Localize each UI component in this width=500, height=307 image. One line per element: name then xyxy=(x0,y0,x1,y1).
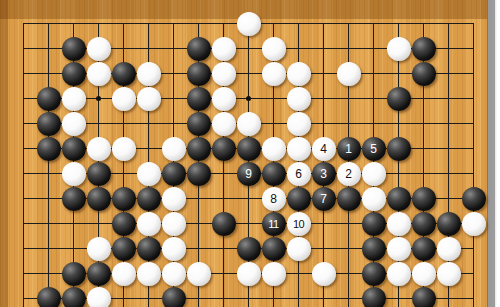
intersection-F13[interactable] xyxy=(136,161,161,186)
intersection-Q12[interactable] xyxy=(386,186,411,211)
intersection-R15[interactable] xyxy=(411,111,436,136)
intersection-C11[interactable] xyxy=(61,211,86,236)
black-stone xyxy=(37,137,61,161)
intersection-S9[interactable] xyxy=(436,261,461,286)
intersection-O12[interactable] xyxy=(336,186,361,211)
black-stone xyxy=(187,87,211,111)
intersection-K18[interactable] xyxy=(236,36,261,61)
intersection-Q14[interactable] xyxy=(386,136,411,161)
intersection-D12[interactable] xyxy=(86,186,111,211)
black-stone-move-3: 3 xyxy=(312,162,336,186)
intersection-M15[interactable] xyxy=(286,111,311,136)
intersection-Q15[interactable] xyxy=(386,111,411,136)
intersection-A17[interactable] xyxy=(11,61,36,86)
intersection-Q11[interactable] xyxy=(386,211,411,236)
intersection-E12[interactable] xyxy=(111,186,136,211)
intersection-M13[interactable]: 6 xyxy=(286,161,311,186)
intersection-C9[interactable] xyxy=(61,261,86,286)
intersection-F16[interactable] xyxy=(136,86,161,111)
intersection-T17[interactable] xyxy=(461,61,486,86)
white-stone xyxy=(112,262,136,286)
black-stone xyxy=(112,237,136,261)
intersection-A10[interactable] xyxy=(11,236,36,261)
board-left-shadow xyxy=(0,0,8,307)
black-stone-move-11: 11 xyxy=(262,212,286,236)
intersection-N16[interactable] xyxy=(311,86,336,111)
intersection-J16[interactable] xyxy=(211,86,236,111)
intersection-J12[interactable] xyxy=(211,186,236,211)
intersection-M11[interactable]: 10 xyxy=(286,211,311,236)
intersection-T16[interactable] xyxy=(461,86,486,111)
intersection-H17[interactable] xyxy=(186,61,211,86)
intersection-N11[interactable] xyxy=(311,211,336,236)
black-stone xyxy=(62,262,86,286)
intersection-H8[interactable] xyxy=(186,286,211,307)
intersection-E16[interactable] xyxy=(111,86,136,111)
intersection-B15[interactable] xyxy=(36,111,61,136)
star-point xyxy=(246,96,251,101)
black-stone xyxy=(237,137,261,161)
intersection-K12[interactable] xyxy=(236,186,261,211)
intersection-J11[interactable] xyxy=(211,211,236,236)
intersection-N8[interactable] xyxy=(311,286,336,307)
white-stone xyxy=(237,112,261,136)
black-stone xyxy=(362,237,386,261)
intersection-P14[interactable]: 5 xyxy=(361,136,386,161)
window-right-gutter xyxy=(487,0,500,307)
intersection-O17[interactable] xyxy=(336,61,361,86)
intersection-A9[interactable] xyxy=(11,261,36,286)
intersection-J18[interactable] xyxy=(211,36,236,61)
white-stone xyxy=(162,262,186,286)
intersection-Q10[interactable] xyxy=(386,236,411,261)
intersection-P13[interactable] xyxy=(361,161,386,186)
intersection-L14[interactable] xyxy=(261,136,286,161)
intersection-L9[interactable] xyxy=(261,261,286,286)
intersection-S13[interactable] xyxy=(436,161,461,186)
intersection-D17[interactable] xyxy=(86,61,111,86)
intersection-L16[interactable] xyxy=(261,86,286,111)
intersection-F12[interactable] xyxy=(136,186,161,211)
intersection-Q13[interactable] xyxy=(386,161,411,186)
intersection-S8[interactable] xyxy=(436,286,461,307)
black-stone xyxy=(437,212,461,236)
white-stone xyxy=(387,212,411,236)
black-stone xyxy=(462,187,486,211)
intersection-A15[interactable] xyxy=(11,111,36,136)
intersection-P10[interactable] xyxy=(361,236,386,261)
intersection-N12[interactable]: 7 xyxy=(311,186,336,211)
intersection-C8[interactable] xyxy=(61,286,86,307)
intersection-M17[interactable] xyxy=(286,61,311,86)
black-stone xyxy=(362,287,386,307)
intersection-Q16[interactable] xyxy=(386,86,411,111)
intersection-L15[interactable] xyxy=(261,111,286,136)
white-stone xyxy=(137,212,161,236)
white-stone xyxy=(387,37,411,61)
intersection-H13[interactable] xyxy=(186,161,211,186)
intersection-F15[interactable] xyxy=(136,111,161,136)
intersection-F17[interactable] xyxy=(136,61,161,86)
black-stone xyxy=(412,187,436,211)
black-stone xyxy=(362,212,386,236)
intersection-P12[interactable] xyxy=(361,186,386,211)
black-stone xyxy=(62,62,86,86)
intersection-K11[interactable] xyxy=(236,211,261,236)
intersection-N9[interactable] xyxy=(311,261,336,286)
intersection-R11[interactable] xyxy=(411,211,436,236)
intersection-L18[interactable] xyxy=(261,36,286,61)
intersection-T13[interactable] xyxy=(461,161,486,186)
intersection-N14[interactable]: 4 xyxy=(311,136,336,161)
intersection-B14[interactable] xyxy=(36,136,61,161)
intersection-K17[interactable] xyxy=(236,61,261,86)
intersection-C13[interactable] xyxy=(61,161,86,186)
white-stone xyxy=(287,137,311,161)
intersection-P16[interactable] xyxy=(361,86,386,111)
intersection-F18[interactable] xyxy=(136,36,161,61)
intersection-G10[interactable] xyxy=(161,236,186,261)
white-stone-move-8: 8 xyxy=(262,187,286,211)
intersection-F11[interactable] xyxy=(136,211,161,236)
intersection-E9[interactable] xyxy=(111,261,136,286)
intersection-D9[interactable] xyxy=(86,261,111,286)
white-stone xyxy=(262,62,286,86)
intersection-C14[interactable] xyxy=(61,136,86,161)
white-stone xyxy=(212,62,236,86)
intersection-O13[interactable]: 2 xyxy=(336,161,361,186)
intersection-D18[interactable] xyxy=(86,36,111,61)
intersection-S14[interactable] xyxy=(436,136,461,161)
intersection-E11[interactable] xyxy=(111,211,136,236)
black-stone-move-9: 9 xyxy=(237,162,261,186)
intersection-K16[interactable] xyxy=(236,86,261,111)
intersection-S17[interactable] xyxy=(436,61,461,86)
intersection-K13[interactable]: 9 xyxy=(236,161,261,186)
white-stone-move-2: 2 xyxy=(337,162,361,186)
black-stone xyxy=(87,187,111,211)
intersection-G14[interactable] xyxy=(161,136,186,161)
intersection-D14[interactable] xyxy=(86,136,111,161)
intersection-S18[interactable] xyxy=(436,36,461,61)
intersection-K19[interactable] xyxy=(236,11,261,36)
black-stone xyxy=(112,62,136,86)
intersection-H16[interactable] xyxy=(186,86,211,111)
intersection-R18[interactable] xyxy=(411,36,436,61)
intersection-L17[interactable] xyxy=(261,61,286,86)
intersection-R8[interactable] xyxy=(411,286,436,307)
black-stone xyxy=(212,212,236,236)
intersection-P9[interactable] xyxy=(361,261,386,286)
intersection-O11[interactable] xyxy=(336,211,361,236)
intersection-B12[interactable] xyxy=(36,186,61,211)
intersection-D11[interactable] xyxy=(86,211,111,236)
intersection-M12[interactable] xyxy=(286,186,311,211)
intersection-T9[interactable] xyxy=(461,261,486,286)
intersection-B9[interactable] xyxy=(36,261,61,286)
intersection-R10[interactable] xyxy=(411,236,436,261)
intersection-T11[interactable] xyxy=(461,211,486,236)
intersection-A16[interactable] xyxy=(11,86,36,111)
intersection-J13[interactable] xyxy=(211,161,236,186)
intersection-N18[interactable] xyxy=(311,36,336,61)
intersection-S15[interactable] xyxy=(436,111,461,136)
intersection-E15[interactable] xyxy=(111,111,136,136)
intersection-P18[interactable] xyxy=(361,36,386,61)
intersection-K10[interactable] xyxy=(236,236,261,261)
black-stone xyxy=(87,162,111,186)
intersection-G12[interactable] xyxy=(161,186,186,211)
white-stone xyxy=(137,87,161,111)
intersection-G13[interactable] xyxy=(161,161,186,186)
intersection-S12[interactable] xyxy=(436,186,461,211)
intersection-B11[interactable] xyxy=(36,211,61,236)
intersection-C16[interactable] xyxy=(61,86,86,111)
intersection-L10[interactable] xyxy=(261,236,286,261)
white-stone xyxy=(362,162,386,186)
intersection-G11[interactable] xyxy=(161,211,186,236)
intersection-N15[interactable] xyxy=(311,111,336,136)
intersection-A12[interactable] xyxy=(11,186,36,211)
white-stone xyxy=(262,262,286,286)
intersection-E14[interactable] xyxy=(111,136,136,161)
intersection-D15[interactable] xyxy=(86,111,111,136)
intersection-Q8[interactable] xyxy=(386,286,411,307)
intersection-S16[interactable] xyxy=(436,86,461,111)
intersection-H18[interactable] xyxy=(186,36,211,61)
black-stone xyxy=(262,237,286,261)
black-stone xyxy=(387,137,411,161)
black-stone xyxy=(412,62,436,86)
intersection-P11[interactable] xyxy=(361,211,386,236)
intersection-T15[interactable] xyxy=(461,111,486,136)
intersection-O16[interactable] xyxy=(336,86,361,111)
intersection-A13[interactable] xyxy=(11,161,36,186)
intersection-D8[interactable] xyxy=(86,286,111,307)
black-stone xyxy=(37,87,61,111)
intersection-D13[interactable] xyxy=(86,161,111,186)
intersection-R9[interactable] xyxy=(411,261,436,286)
white-stone xyxy=(287,62,311,86)
intersection-Q18[interactable] xyxy=(386,36,411,61)
intersection-E13[interactable] xyxy=(111,161,136,186)
intersection-K8[interactable] xyxy=(236,286,261,307)
intersection-T8[interactable] xyxy=(461,286,486,307)
black-stone xyxy=(162,162,186,186)
intersection-M14[interactable] xyxy=(286,136,311,161)
intersection-J17[interactable] xyxy=(211,61,236,86)
black-stone xyxy=(137,237,161,261)
intersection-B18[interactable] xyxy=(36,36,61,61)
white-stone xyxy=(287,87,311,111)
intersection-M18[interactable] xyxy=(286,36,311,61)
intersection-A8[interactable] xyxy=(11,286,36,307)
white-stone xyxy=(237,12,261,36)
intersection-Q17[interactable] xyxy=(386,61,411,86)
intersection-B8[interactable] xyxy=(36,286,61,307)
black-stone xyxy=(37,112,61,136)
white-stone xyxy=(337,62,361,86)
white-stone xyxy=(437,237,461,261)
board-grid: 4159632871110 xyxy=(11,11,486,307)
intersection-B13[interactable] xyxy=(36,161,61,186)
black-stone xyxy=(162,287,186,307)
white-stone xyxy=(62,87,86,111)
intersection-H9[interactable] xyxy=(186,261,211,286)
black-stone xyxy=(137,187,161,211)
intersection-O14[interactable]: 1 xyxy=(336,136,361,161)
intersection-R17[interactable] xyxy=(411,61,436,86)
black-stone xyxy=(187,37,211,61)
intersection-G18[interactable] xyxy=(161,36,186,61)
intersection-A18[interactable] xyxy=(11,36,36,61)
star-point xyxy=(96,96,101,101)
black-stone xyxy=(212,137,236,161)
intersection-M8[interactable] xyxy=(286,286,311,307)
intersection-E17[interactable] xyxy=(111,61,136,86)
intersection-C18[interactable] xyxy=(61,36,86,61)
intersection-G16[interactable] xyxy=(161,86,186,111)
white-stone xyxy=(162,137,186,161)
white-stone xyxy=(87,287,111,307)
white-stone xyxy=(262,137,286,161)
intersection-J14[interactable] xyxy=(211,136,236,161)
intersection-G8[interactable] xyxy=(161,286,186,307)
intersection-B17[interactable] xyxy=(36,61,61,86)
intersection-O9[interactable] xyxy=(336,261,361,286)
intersection-P17[interactable] xyxy=(361,61,386,86)
white-stone xyxy=(87,237,111,261)
black-stone xyxy=(187,112,211,136)
black-stone-move-5: 5 xyxy=(362,137,386,161)
intersection-O10[interactable] xyxy=(336,236,361,261)
white-stone xyxy=(287,237,311,261)
intersection-L11[interactable]: 11 xyxy=(261,211,286,236)
intersection-R13[interactable] xyxy=(411,161,436,186)
intersection-F10[interactable] xyxy=(136,236,161,261)
black-stone xyxy=(87,262,111,286)
intersection-S11[interactable] xyxy=(436,211,461,236)
white-stone xyxy=(387,262,411,286)
white-stone xyxy=(212,87,236,111)
black-stone xyxy=(112,187,136,211)
intersection-G9[interactable] xyxy=(161,261,186,286)
white-stone xyxy=(362,187,386,211)
intersection-K15[interactable] xyxy=(236,111,261,136)
intersection-J8[interactable] xyxy=(211,286,236,307)
black-stone xyxy=(412,287,436,307)
intersection-M10[interactable] xyxy=(286,236,311,261)
white-stone xyxy=(462,212,486,236)
intersection-E8[interactable] xyxy=(111,286,136,307)
intersection-A11[interactable] xyxy=(11,211,36,236)
intersection-G15[interactable] xyxy=(161,111,186,136)
intersection-C15[interactable] xyxy=(61,111,86,136)
black-stone xyxy=(112,212,136,236)
intersection-R14[interactable] xyxy=(411,136,436,161)
intersection-L8[interactable] xyxy=(261,286,286,307)
intersection-H10[interactable] xyxy=(186,236,211,261)
black-stone xyxy=(412,237,436,261)
intersection-P15[interactable] xyxy=(361,111,386,136)
black-stone xyxy=(187,62,211,86)
black-stone xyxy=(362,262,386,286)
intersection-F9[interactable] xyxy=(136,261,161,286)
intersection-N13[interactable]: 3 xyxy=(311,161,336,186)
black-stone xyxy=(62,287,86,307)
intersection-E18[interactable] xyxy=(111,36,136,61)
intersection-K9[interactable] xyxy=(236,261,261,286)
white-stone xyxy=(162,237,186,261)
black-stone xyxy=(62,37,86,61)
intersection-C12[interactable] xyxy=(61,186,86,211)
white-stone xyxy=(162,187,186,211)
intersection-T14[interactable] xyxy=(461,136,486,161)
intersection-N17[interactable] xyxy=(311,61,336,86)
white-stone xyxy=(187,262,211,286)
white-stone xyxy=(437,262,461,286)
intersection-H11[interactable] xyxy=(186,211,211,236)
intersection-M16[interactable] xyxy=(286,86,311,111)
intersection-A14[interactable] xyxy=(11,136,36,161)
intersection-C17[interactable] xyxy=(61,61,86,86)
white-stone xyxy=(387,237,411,261)
intersection-H14[interactable] xyxy=(186,136,211,161)
intersection-F8[interactable] xyxy=(136,286,161,307)
black-stone-move-1: 1 xyxy=(337,137,361,161)
intersection-F14[interactable] xyxy=(136,136,161,161)
intersection-S10[interactable] xyxy=(436,236,461,261)
intersection-E10[interactable] xyxy=(111,236,136,261)
intersection-T12[interactable] xyxy=(461,186,486,211)
black-stone xyxy=(62,137,86,161)
intersection-L12[interactable]: 8 xyxy=(261,186,286,211)
intersection-G17[interactable] xyxy=(161,61,186,86)
white-stone xyxy=(212,37,236,61)
intersection-B10[interactable] xyxy=(36,236,61,261)
intersection-C10[interactable] xyxy=(61,236,86,261)
intersection-J15[interactable] xyxy=(211,111,236,136)
intersection-O8[interactable] xyxy=(336,286,361,307)
intersection-R12[interactable] xyxy=(411,186,436,211)
intersection-B16[interactable] xyxy=(36,86,61,111)
intersection-M9[interactable] xyxy=(286,261,311,286)
white-stone xyxy=(212,112,236,136)
intersection-J9[interactable] xyxy=(211,261,236,286)
intersection-T10[interactable] xyxy=(461,236,486,261)
intersection-H15[interactable] xyxy=(186,111,211,136)
white-stone xyxy=(87,62,111,86)
intersection-O15[interactable] xyxy=(336,111,361,136)
white-stone xyxy=(162,212,186,236)
black-stone xyxy=(62,187,86,211)
intersection-T18[interactable] xyxy=(461,36,486,61)
intersection-N10[interactable] xyxy=(311,236,336,261)
intersection-J10[interactable] xyxy=(211,236,236,261)
intersection-R16[interactable] xyxy=(411,86,436,111)
intersection-Q9[interactable] xyxy=(386,261,411,286)
intersection-O18[interactable] xyxy=(336,36,361,61)
intersection-D10[interactable] xyxy=(86,236,111,261)
white-stone-move-10: 10 xyxy=(287,212,311,236)
black-stone xyxy=(187,162,211,186)
intersection-P8[interactable] xyxy=(361,286,386,307)
white-stone xyxy=(62,162,86,186)
intersection-D16[interactable] xyxy=(86,86,111,111)
intersection-K14[interactable] xyxy=(236,136,261,161)
intersection-H12[interactable] xyxy=(186,186,211,211)
intersection-L13[interactable] xyxy=(261,161,286,186)
